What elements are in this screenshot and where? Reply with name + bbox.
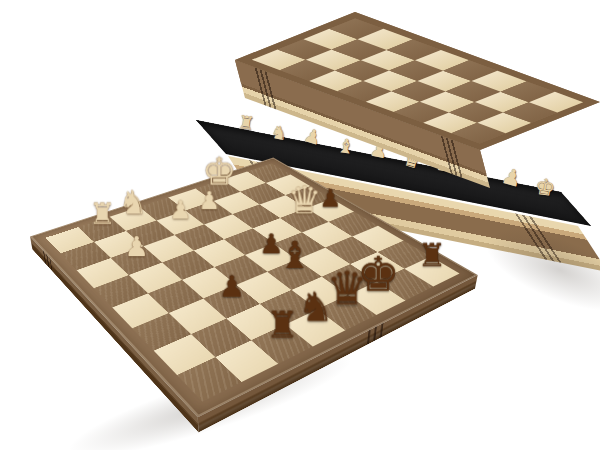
piece-black-rook-c1: ♜: [260, 307, 304, 344]
piece-white-pawn-b6: ♟: [118, 233, 155, 260]
square-c1: ♜: [251, 324, 312, 363]
stored-piece-king: ♚: [533, 173, 557, 202]
piece-white-knight-c8: ♞: [116, 186, 150, 218]
piece-white-rook-b8: ♜: [85, 200, 120, 229]
piece-black-pawn-c3: ♟: [211, 272, 252, 302]
box-shadow: [475, 212, 600, 328]
piece-black-bishop-e3: ♝: [275, 237, 313, 274]
piece-white-queen-g5: ♛: [287, 182, 321, 220]
piece-black-rook-h1: ♜: [413, 239, 451, 271]
stored-piece-rook: ♜: [237, 111, 256, 134]
chess-set-product-photo: ♜♞♟♝♟♛♟♞♟♚ ♜♞♚♟♟♟♛♟♟♟♝♜♞♛♚♜: [0, 0, 600, 450]
piece-white-king-f8: ♚: [202, 152, 234, 190]
piece-white-pawn-d7: ♟: [163, 197, 198, 222]
